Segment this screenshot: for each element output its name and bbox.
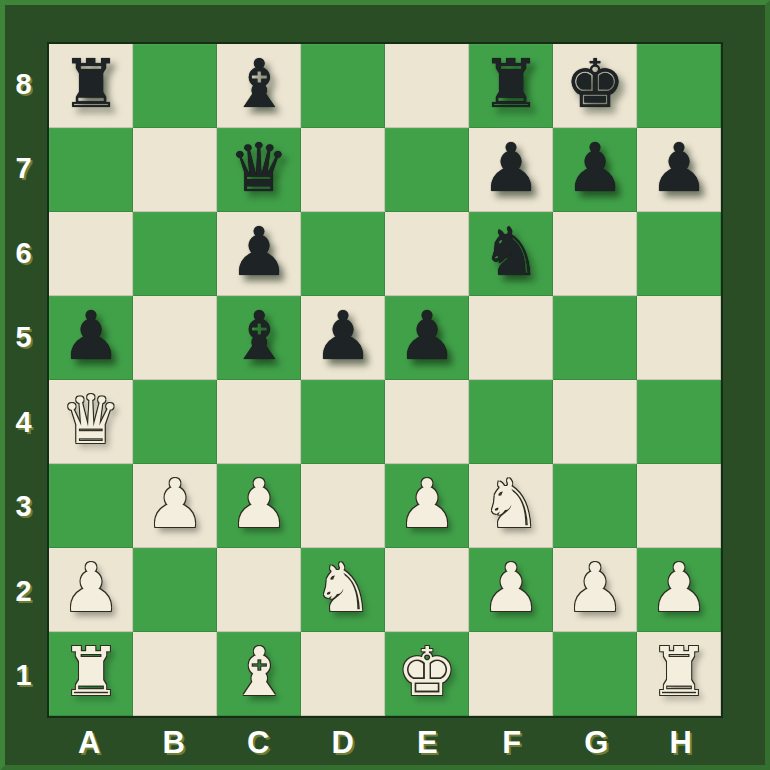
rank-label-8: 8	[0, 42, 47, 127]
square-h2[interactable]: ♟	[637, 548, 721, 632]
square-d3[interactable]	[301, 464, 385, 548]
square-g1[interactable]	[553, 632, 637, 716]
square-d2[interactable]: ♞	[301, 548, 385, 632]
square-f5[interactable]	[469, 296, 553, 380]
square-g7[interactable]: ♟	[553, 128, 637, 212]
file-label-a: A	[47, 720, 132, 766]
square-c5[interactable]: ♝	[217, 296, 301, 380]
square-a2[interactable]: ♟	[49, 548, 133, 632]
rank-label-5: 5	[0, 296, 47, 381]
square-b1[interactable]	[133, 632, 217, 716]
black-knight-f6: ♞	[481, 219, 541, 286]
square-e4[interactable]	[385, 380, 469, 464]
white-knight-d2: ♞	[313, 555, 373, 622]
square-a6[interactable]	[49, 212, 133, 296]
rank-labels: 87654321	[0, 42, 47, 718]
white-pawn-b3: ♟	[145, 471, 205, 538]
square-c8[interactable]: ♝	[217, 44, 301, 128]
square-c7[interactable]: ♛	[217, 128, 301, 212]
square-c2[interactable]	[217, 548, 301, 632]
black-bishop-c8: ♝	[229, 51, 289, 118]
square-c3[interactable]: ♟	[217, 464, 301, 548]
square-f4[interactable]	[469, 380, 553, 464]
rank-label-2: 2	[0, 549, 47, 634]
black-pawn-d5: ♟	[313, 303, 373, 370]
file-label-g: G	[554, 720, 639, 766]
white-pawn-c3: ♟	[229, 471, 289, 538]
chess-board: ♜♝♜♚♛♟♟♟♟♞♟♝♟♟♛♟♟♟♞♟♞♟♟♟♜♝♚♜	[47, 42, 723, 718]
black-pawn-h7: ♟	[649, 135, 709, 202]
white-king-e1: ♚	[397, 639, 457, 706]
square-g8[interactable]: ♚	[553, 44, 637, 128]
rank-label-7: 7	[0, 127, 47, 212]
black-queen-c7: ♛	[229, 135, 289, 202]
black-pawn-a5: ♟	[61, 303, 121, 370]
square-h3[interactable]	[637, 464, 721, 548]
square-e3[interactable]: ♟	[385, 464, 469, 548]
rank-label-4: 4	[0, 380, 47, 465]
square-e5[interactable]: ♟	[385, 296, 469, 380]
black-pawn-g7: ♟	[565, 135, 625, 202]
square-h4[interactable]	[637, 380, 721, 464]
square-d6[interactable]	[301, 212, 385, 296]
square-g2[interactable]: ♟	[553, 548, 637, 632]
rank-label-6: 6	[0, 211, 47, 296]
black-rook-a8: ♜	[61, 51, 121, 118]
square-e1[interactable]: ♚	[385, 632, 469, 716]
black-pawn-e5: ♟	[397, 303, 457, 370]
file-label-e: E	[385, 720, 470, 766]
square-e6[interactable]	[385, 212, 469, 296]
square-a8[interactable]: ♜	[49, 44, 133, 128]
square-f6[interactable]: ♞	[469, 212, 553, 296]
square-d4[interactable]	[301, 380, 385, 464]
square-a1[interactable]: ♜	[49, 632, 133, 716]
square-g4[interactable]	[553, 380, 637, 464]
square-d7[interactable]	[301, 128, 385, 212]
square-g3[interactable]	[553, 464, 637, 548]
square-h7[interactable]: ♟	[637, 128, 721, 212]
file-labels: ABCDEFGH	[47, 720, 723, 766]
square-g5[interactable]	[553, 296, 637, 380]
square-f1[interactable]	[469, 632, 553, 716]
rank-label-1: 1	[0, 634, 47, 719]
square-d8[interactable]	[301, 44, 385, 128]
square-f2[interactable]: ♟	[469, 548, 553, 632]
rank-label-3: 3	[0, 465, 47, 550]
square-a3[interactable]	[49, 464, 133, 548]
white-pawn-h2: ♟	[649, 555, 709, 622]
black-pawn-c6: ♟	[229, 219, 289, 286]
chess-diagram: 87654321 ABCDEFGH ♜♝♜♚♛♟♟♟♟♞♟♝♟♟♛♟♟♟♞♟♞♟…	[0, 0, 770, 770]
square-d1[interactable]	[301, 632, 385, 716]
square-h8[interactable]	[637, 44, 721, 128]
square-e2[interactable]	[385, 548, 469, 632]
square-g6[interactable]	[553, 212, 637, 296]
square-b6[interactable]	[133, 212, 217, 296]
file-label-b: B	[132, 720, 217, 766]
white-bishop-c1: ♝	[229, 639, 289, 706]
square-e8[interactable]	[385, 44, 469, 128]
square-b4[interactable]	[133, 380, 217, 464]
white-rook-h1: ♜	[649, 639, 709, 706]
square-h1[interactable]: ♜	[637, 632, 721, 716]
square-h6[interactable]	[637, 212, 721, 296]
black-rook-f8: ♜	[481, 51, 541, 118]
black-king-g8: ♚	[565, 51, 625, 118]
square-e7[interactable]	[385, 128, 469, 212]
white-knight-f3: ♞	[481, 471, 541, 538]
square-a5[interactable]: ♟	[49, 296, 133, 380]
square-b7[interactable]	[133, 128, 217, 212]
square-a7[interactable]	[49, 128, 133, 212]
file-label-d: D	[301, 720, 386, 766]
file-label-f: F	[470, 720, 555, 766]
file-label-h: H	[639, 720, 724, 766]
black-bishop-c5: ♝	[229, 303, 289, 370]
square-d5[interactable]: ♟	[301, 296, 385, 380]
square-f8[interactable]: ♜	[469, 44, 553, 128]
square-b5[interactable]	[133, 296, 217, 380]
file-label-c: C	[216, 720, 301, 766]
square-h5[interactable]	[637, 296, 721, 380]
square-f3[interactable]: ♞	[469, 464, 553, 548]
white-rook-a1: ♜	[61, 639, 121, 706]
square-a4[interactable]: ♛	[49, 380, 133, 464]
black-pawn-f7: ♟	[481, 135, 541, 202]
white-pawn-f2: ♟	[481, 555, 541, 622]
square-c6[interactable]: ♟	[217, 212, 301, 296]
white-queen-a4: ♛	[61, 387, 121, 454]
white-pawn-g2: ♟	[565, 555, 625, 622]
square-b3[interactable]: ♟	[133, 464, 217, 548]
white-pawn-a2: ♟	[61, 555, 121, 622]
square-c4[interactable]	[217, 380, 301, 464]
square-b8[interactable]	[133, 44, 217, 128]
square-c1[interactable]: ♝	[217, 632, 301, 716]
square-b2[interactable]	[133, 548, 217, 632]
white-pawn-e3: ♟	[397, 471, 457, 538]
square-f7[interactable]: ♟	[469, 128, 553, 212]
